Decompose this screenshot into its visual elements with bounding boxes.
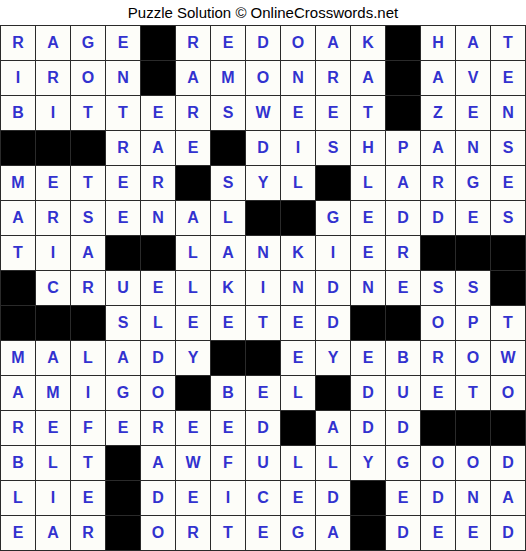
grid-cell: T bbox=[71, 96, 105, 130]
grid-cell: E bbox=[456, 96, 490, 130]
grid-cell: R bbox=[1, 411, 35, 445]
grid-cell: I bbox=[36, 236, 70, 270]
grid-cell: O bbox=[456, 341, 490, 375]
grid-cell: D bbox=[316, 481, 350, 515]
grid-cell: L bbox=[316, 446, 350, 480]
grid-cell: E bbox=[456, 516, 490, 550]
grid-cell: H bbox=[421, 26, 455, 60]
block-cell bbox=[351, 516, 385, 550]
grid-cell: M bbox=[1, 341, 35, 375]
block-cell bbox=[316, 376, 350, 410]
grid-cell: E bbox=[386, 271, 420, 305]
grid-cell: A bbox=[106, 341, 140, 375]
grid-cell: B bbox=[386, 341, 420, 375]
grid-cell: E bbox=[281, 96, 315, 130]
grid-cell: L bbox=[141, 306, 175, 340]
page-title: Puzzle Solution © OnlineCrosswords.net bbox=[0, 0, 526, 25]
grid-cell: C bbox=[36, 271, 70, 305]
grid-cell: T bbox=[1, 236, 35, 270]
grid-cell: A bbox=[316, 26, 350, 60]
grid-cell: E bbox=[106, 411, 140, 445]
block-cell bbox=[141, 236, 175, 270]
grid-cell: D bbox=[246, 26, 280, 60]
grid-cell: S bbox=[211, 96, 245, 130]
grid-cell: Y bbox=[246, 166, 280, 200]
block-cell bbox=[491, 236, 525, 270]
block-cell bbox=[491, 271, 525, 305]
block-cell bbox=[106, 236, 140, 270]
grid-cell: I bbox=[1, 61, 35, 95]
block-cell bbox=[351, 306, 385, 340]
grid-cell: F bbox=[71, 411, 105, 445]
grid-cell: N bbox=[281, 61, 315, 95]
grid-cell: A bbox=[176, 201, 210, 235]
grid-cell: T bbox=[71, 446, 105, 480]
grid-cell: E bbox=[1, 516, 35, 550]
grid-cell: E bbox=[176, 306, 210, 340]
block-cell bbox=[456, 236, 490, 270]
grid-cell: I bbox=[36, 481, 70, 515]
grid-cell: N bbox=[456, 131, 490, 165]
grid-cell: Y bbox=[176, 341, 210, 375]
grid-cell: T bbox=[456, 376, 490, 410]
grid-cell: S bbox=[456, 271, 490, 305]
grid-cell: R bbox=[421, 341, 455, 375]
grid-cell: A bbox=[491, 481, 525, 515]
grid-cell: D bbox=[316, 306, 350, 340]
grid-cell: Z bbox=[421, 96, 455, 130]
grid-cell: T bbox=[491, 306, 525, 340]
grid-cell: Y bbox=[351, 446, 385, 480]
grid-cell: A bbox=[421, 131, 455, 165]
block-cell bbox=[71, 131, 105, 165]
block-cell bbox=[386, 26, 420, 60]
grid-cell: S bbox=[421, 271, 455, 305]
grid-cell: O bbox=[421, 446, 455, 480]
grid-cell: A bbox=[36, 341, 70, 375]
grid-cell: N bbox=[351, 271, 385, 305]
grid-cell: S bbox=[211, 166, 245, 200]
grid-cell: A bbox=[1, 376, 35, 410]
grid-cell: S bbox=[316, 131, 350, 165]
grid-cell: E bbox=[246, 376, 280, 410]
block-cell bbox=[1, 131, 35, 165]
grid-cell: R bbox=[141, 411, 175, 445]
grid-cell: D bbox=[386, 411, 420, 445]
grid-cell: I bbox=[71, 376, 105, 410]
grid-cell: B bbox=[1, 446, 35, 480]
grid-cell: I bbox=[281, 131, 315, 165]
grid-cell: H bbox=[351, 131, 385, 165]
grid-cell: P bbox=[456, 306, 490, 340]
grid-cell: T bbox=[351, 96, 385, 130]
grid-cell: M bbox=[211, 61, 245, 95]
grid-cell: L bbox=[211, 201, 245, 235]
grid-cell: T bbox=[71, 166, 105, 200]
grid-cell: S bbox=[106, 306, 140, 340]
grid-cell: R bbox=[176, 26, 210, 60]
grid-cell: A bbox=[141, 446, 175, 480]
grid-cell: B bbox=[211, 376, 245, 410]
grid-cell: G bbox=[106, 376, 140, 410]
grid-cell: D bbox=[141, 481, 175, 515]
grid-cell: R bbox=[316, 61, 350, 95]
grid-cell: D bbox=[386, 516, 420, 550]
grid-cell: C bbox=[246, 481, 280, 515]
grid-cell: R bbox=[421, 166, 455, 200]
block-cell bbox=[421, 236, 455, 270]
block-cell bbox=[246, 341, 280, 375]
grid-cell: A bbox=[456, 26, 490, 60]
grid-cell: R bbox=[176, 96, 210, 130]
block-cell bbox=[106, 446, 140, 480]
grid-cell: A bbox=[386, 166, 420, 200]
grid-cell: S bbox=[491, 131, 525, 165]
grid-cell: G bbox=[456, 166, 490, 200]
grid-cell: E bbox=[176, 131, 210, 165]
grid-cell: U bbox=[106, 271, 140, 305]
block-cell bbox=[1, 306, 35, 340]
grid-cell: K bbox=[211, 271, 245, 305]
grid-cell: E bbox=[141, 96, 175, 130]
grid-cell: L bbox=[281, 446, 315, 480]
grid-cell: N bbox=[141, 201, 175, 235]
grid-cell: N bbox=[456, 481, 490, 515]
block-cell bbox=[71, 306, 105, 340]
grid-cell: D bbox=[491, 516, 525, 550]
grid-cell: D bbox=[491, 446, 525, 480]
grid-cell: A bbox=[421, 61, 455, 95]
grid-cell: A bbox=[71, 236, 105, 270]
grid-cell: R bbox=[36, 201, 70, 235]
block-cell bbox=[456, 411, 490, 445]
grid-cell: D bbox=[351, 411, 385, 445]
grid-cell: L bbox=[176, 271, 210, 305]
grid-cell: E bbox=[421, 516, 455, 550]
block-cell bbox=[386, 306, 420, 340]
grid-cell: D bbox=[141, 341, 175, 375]
grid-cell: W bbox=[491, 341, 525, 375]
grid-cell: O bbox=[141, 376, 175, 410]
grid-cell: L bbox=[281, 166, 315, 200]
grid-cell: T bbox=[491, 26, 525, 60]
block-cell bbox=[176, 166, 210, 200]
grid-cell: A bbox=[141, 131, 175, 165]
grid-cell: A bbox=[316, 516, 350, 550]
grid-cell: G bbox=[281, 516, 315, 550]
block-cell bbox=[1, 271, 35, 305]
grid-cell: E bbox=[211, 306, 245, 340]
grid-cell: U bbox=[386, 376, 420, 410]
grid-cell: E bbox=[351, 236, 385, 270]
grid-cell: O bbox=[141, 516, 175, 550]
grid-cell: D bbox=[421, 201, 455, 235]
grid-cell: R bbox=[71, 271, 105, 305]
grid-cell: A bbox=[316, 411, 350, 445]
grid-cell: E bbox=[106, 26, 140, 60]
grid-cell: O bbox=[491, 376, 525, 410]
grid-cell: P bbox=[386, 131, 420, 165]
grid-cell: G bbox=[316, 201, 350, 235]
grid-cell: A bbox=[1, 201, 35, 235]
block-cell bbox=[281, 411, 315, 445]
grid-cell: R bbox=[141, 166, 175, 200]
grid-cell: E bbox=[106, 201, 140, 235]
grid-cell: B bbox=[1, 96, 35, 130]
block-cell bbox=[386, 61, 420, 95]
grid-cell: D bbox=[246, 411, 280, 445]
grid-cell: L bbox=[176, 236, 210, 270]
block-cell bbox=[106, 516, 140, 550]
grid-cell: R bbox=[1, 26, 35, 60]
block-cell bbox=[316, 166, 350, 200]
grid-cell: E bbox=[491, 166, 525, 200]
grid-cell: O bbox=[246, 61, 280, 95]
grid-cell: D bbox=[386, 201, 420, 235]
grid-cell: W bbox=[246, 96, 280, 130]
grid-cell: E bbox=[386, 481, 420, 515]
grid-cell: E bbox=[281, 306, 315, 340]
block-cell bbox=[491, 411, 525, 445]
grid-cell: W bbox=[176, 446, 210, 480]
grid-cell: E bbox=[351, 201, 385, 235]
grid-cell: D bbox=[421, 481, 455, 515]
grid-cell: R bbox=[106, 131, 140, 165]
grid-cell: D bbox=[246, 131, 280, 165]
block-cell bbox=[141, 26, 175, 60]
block-cell bbox=[141, 61, 175, 95]
block-cell bbox=[386, 96, 420, 130]
grid-cell: U bbox=[246, 446, 280, 480]
block-cell bbox=[36, 131, 70, 165]
grid-cell: E bbox=[281, 341, 315, 375]
grid-cell: O bbox=[71, 61, 105, 95]
block-cell bbox=[176, 376, 210, 410]
grid-cell: E bbox=[36, 166, 70, 200]
grid-cell: E bbox=[421, 376, 455, 410]
grid-cell: O bbox=[421, 306, 455, 340]
grid-cell: S bbox=[71, 201, 105, 235]
grid-cell: G bbox=[386, 446, 420, 480]
grid-cell: O bbox=[281, 26, 315, 60]
grid-cell: E bbox=[281, 481, 315, 515]
grid-cell: F bbox=[211, 446, 245, 480]
grid-cell: E bbox=[176, 481, 210, 515]
grid-cell: O bbox=[456, 446, 490, 480]
grid-cell: N bbox=[106, 61, 140, 95]
grid-cell: A bbox=[36, 516, 70, 550]
grid-cell: E bbox=[71, 481, 105, 515]
grid-cell: T bbox=[106, 96, 140, 130]
grid-cell: D bbox=[351, 376, 385, 410]
grid-cell: E bbox=[106, 166, 140, 200]
grid-cell: I bbox=[316, 236, 350, 270]
grid-cell: A bbox=[176, 61, 210, 95]
grid-cell: N bbox=[246, 236, 280, 270]
grid-cell: E bbox=[351, 341, 385, 375]
block-cell bbox=[246, 201, 280, 235]
grid-cell: D bbox=[316, 271, 350, 305]
grid-cell: E bbox=[316, 96, 350, 130]
grid-cell: T bbox=[211, 516, 245, 550]
block-cell bbox=[211, 131, 245, 165]
block-cell bbox=[421, 411, 455, 445]
grid-cell: T bbox=[246, 306, 280, 340]
grid-cell: A bbox=[351, 61, 385, 95]
grid-cell: I bbox=[246, 271, 280, 305]
grid-cell: E bbox=[211, 411, 245, 445]
grid-cell: K bbox=[281, 236, 315, 270]
grid-cell: I bbox=[211, 481, 245, 515]
grid-cell: M bbox=[36, 376, 70, 410]
grid-cell: R bbox=[176, 516, 210, 550]
grid-cell: E bbox=[491, 61, 525, 95]
grid-cell: Y bbox=[316, 341, 350, 375]
grid-cell: L bbox=[351, 166, 385, 200]
crossword-solution-page: Puzzle Solution © OnlineCrosswords.net R… bbox=[0, 0, 526, 551]
block-cell bbox=[36, 306, 70, 340]
block-cell bbox=[281, 201, 315, 235]
grid-cell: M bbox=[1, 166, 35, 200]
grid-cell: N bbox=[491, 96, 525, 130]
grid-cell: E bbox=[36, 411, 70, 445]
block-cell bbox=[351, 481, 385, 515]
grid-cell: A bbox=[36, 26, 70, 60]
grid-cell: L bbox=[36, 446, 70, 480]
grid-cell: E bbox=[141, 271, 175, 305]
grid-cell: N bbox=[281, 271, 315, 305]
grid-cell: E bbox=[211, 26, 245, 60]
grid-cell: K bbox=[351, 26, 385, 60]
grid-cell: E bbox=[246, 516, 280, 550]
grid-cell: A bbox=[211, 236, 245, 270]
grid-cell: R bbox=[386, 236, 420, 270]
crossword-grid: RAGEREDOAKHATIRONAMONRAAVEBITTERSWEETZEN… bbox=[0, 25, 526, 551]
grid-cell: R bbox=[71, 516, 105, 550]
grid-cell: V bbox=[456, 61, 490, 95]
grid-cell: R bbox=[36, 61, 70, 95]
grid-cell: E bbox=[176, 411, 210, 445]
block-cell bbox=[106, 481, 140, 515]
grid-cell: L bbox=[281, 376, 315, 410]
grid-cell: L bbox=[1, 481, 35, 515]
block-cell bbox=[211, 341, 245, 375]
grid-cell: I bbox=[36, 96, 70, 130]
grid-cell: G bbox=[71, 26, 105, 60]
grid-cell: E bbox=[456, 201, 490, 235]
grid-cell: L bbox=[71, 341, 105, 375]
grid-cell: S bbox=[491, 201, 525, 235]
